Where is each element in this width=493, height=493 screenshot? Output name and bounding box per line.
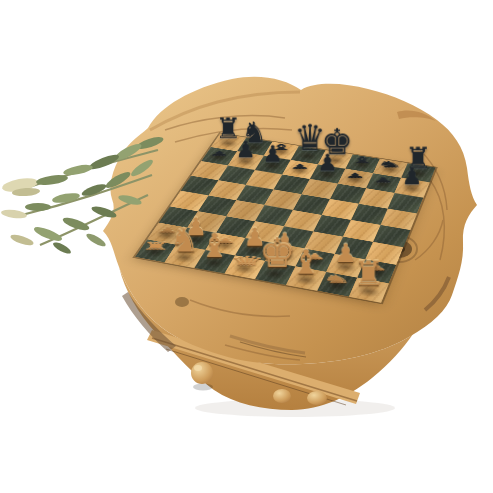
- square-e5[interactable]: [293, 194, 330, 215]
- product-photo-scene: ♜♞♝♛♚♝♞♜♟♟♟♟♟♟♟♟♟♟♟♟♟♟♟♟♜♞♝♛♚♝♞♜: [0, 0, 493, 493]
- wood-foot-left: [273, 389, 291, 403]
- black-pawn[interactable]: ♟: [286, 163, 315, 170]
- white-rook[interactable]: ♜: [352, 257, 385, 291]
- black-pawn[interactable]: ♟: [313, 151, 342, 174]
- white-bishop[interactable]: ♝: [290, 246, 322, 279]
- white-king[interactable]: ♚: [259, 233, 291, 274]
- square-h5[interactable]: [381, 209, 417, 230]
- white-rook[interactable]: ♜: [140, 241, 173, 252]
- black-pawn[interactable]: ♟: [341, 172, 370, 179]
- white-knight[interactable]: ♞: [169, 224, 201, 257]
- drawer-knob[interactable]: [191, 362, 213, 384]
- white-queen[interactable]: ♛: [229, 254, 261, 267]
- square-h4[interactable]: [373, 225, 410, 247]
- black-pawn[interactable]: ♟: [205, 150, 234, 157]
- knob-highlight: [194, 365, 202, 371]
- wood-foot-right: [307, 391, 327, 405]
- black-pawn[interactable]: ♟: [397, 165, 426, 188]
- white-knight[interactable]: ♞: [321, 274, 354, 285]
- black-pawn[interactable]: ♟: [258, 143, 286, 166]
- black-pawn[interactable]: ♟: [232, 138, 260, 161]
- square-h6[interactable]: [388, 193, 424, 214]
- black-pawn[interactable]: ♟: [368, 177, 398, 184]
- knob-shadow: [193, 384, 213, 391]
- white-bishop[interactable]: ♝: [199, 229, 231, 262]
